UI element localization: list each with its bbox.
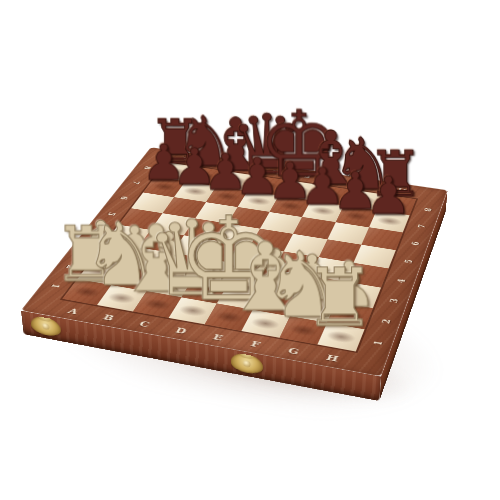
file-label-front-a: A	[66, 306, 80, 315]
file-label-front-f: F	[249, 339, 262, 349]
product-photo: ♜♞♝♛♚♝♞♜♟♟♟♟♟♟♟♟♟♟♟♟♟♟♟♟♜♞♝♛♚♝♞♜ AABBCCD…	[0, 0, 500, 500]
square-h7: ♟	[369, 210, 410, 232]
file-label-front-c: C	[137, 319, 151, 329]
black-pawn-h7: ♟	[366, 170, 412, 222]
file-label-front-g: G	[286, 346, 300, 356]
file-label-front-b: B	[101, 313, 116, 323]
rank-label-right-8: 8	[422, 207, 434, 212]
chess-set: ♜♞♝♛♚♝♞♜♟♟♟♟♟♟♟♟♟♟♟♟♟♟♟♟♜♞♝♛♚♝♞♜ AABBCCD…	[80, 76, 420, 416]
square-h1: ♜	[317, 323, 364, 352]
rank-label-left-6: 6	[118, 196, 130, 201]
board-squares: ♜♞♝♛♚♝♞♜♟♟♟♟♟♟♟♟♟♟♟♟♟♟♟♟♜♞♝♛♚♝♞♜	[62, 162, 415, 351]
brass-clasp-left	[30, 315, 61, 338]
rank-label-right-4: 4	[394, 278, 407, 284]
rank-label-right-3: 3	[387, 297, 400, 303]
white-rook-h1: ♜	[304, 257, 376, 337]
chess-box-3d: ♜♞♝♛♚♝♞♜♟♟♟♟♟♟♟♟♟♟♟♟♟♟♟♟♜♞♝♛♚♝♞♜ AABBCCD…	[21, 147, 448, 376]
rank-label-right-7: 7	[415, 224, 427, 229]
rank-label-right-2: 2	[379, 318, 392, 324]
rank-label-left-7: 7	[130, 180, 142, 184]
rank-label-right-5: 5	[402, 259, 414, 264]
file-label-front-h: H	[325, 353, 340, 364]
file-label-front-d: D	[173, 326, 188, 336]
file-label-front-e: E	[211, 332, 224, 342]
rank-label-right-6: 6	[409, 241, 421, 246]
brass-clasp-center	[231, 352, 263, 376]
rank-label-right-1: 1	[370, 340, 384, 347]
